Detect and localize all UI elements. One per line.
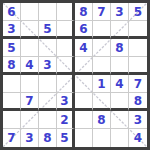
cell-r3c6-empty[interactable] [93,39,111,57]
cell-r8c2-given[interactable]: 3 [21,129,39,147]
cell-r3c2-empty[interactable] [21,39,39,57]
cell-r2c2-empty[interactable] [21,21,39,39]
cell-r7c4-given[interactable]: 2 [57,111,75,129]
cell-r6c6-empty[interactable] [93,93,111,111]
cell-r1c2-empty[interactable] [21,3,39,21]
cell-r3c5-given[interactable]: 4 [75,39,93,57]
cell-r3c4-empty[interactable] [57,39,75,57]
cell-r8c1-given[interactable]: 7 [3,129,21,147]
cell-r1c5-given[interactable]: 8 [75,3,93,21]
cell-r5c7-given[interactable]: 4 [111,75,129,93]
cell-r6c3-empty[interactable] [39,93,57,111]
cell-r5c4-empty[interactable] [57,75,75,93]
cell-r8c7-empty[interactable] [111,129,129,147]
cell-r5c8-given[interactable]: 7 [129,75,147,93]
cell-r4c6-empty[interactable] [93,57,111,75]
cell-r1c4-empty[interactable] [57,3,75,21]
cell-r5c3-empty[interactable] [39,75,57,93]
cell-r7c2-empty[interactable] [21,111,39,129]
cell-r6c4-given[interactable]: 3 [57,93,75,111]
cell-r1c1-given[interactable]: 6 [3,3,21,21]
cell-r2c7-empty[interactable] [111,21,129,39]
cell-r4c1-given[interactable]: 8 [3,57,21,75]
cell-r6c1-empty[interactable] [3,93,21,111]
cell-r4c4-empty[interactable] [57,57,75,75]
cell-r5c5-empty[interactable] [75,75,93,93]
cell-r2c4-empty[interactable] [57,21,75,39]
cell-r7c3-empty[interactable] [39,111,57,129]
cell-r8c4-given[interactable]: 5 [57,129,75,147]
cell-r3c1-given[interactable]: 5 [3,39,21,57]
cell-r7c8-given[interactable]: 3 [129,111,147,129]
cell-r6c8-given[interactable]: 8 [129,93,147,111]
cell-r6c7-empty[interactable] [111,93,129,111]
cell-r4c2-given[interactable]: 4 [21,57,39,75]
cell-r7c6-given[interactable]: 8 [93,111,111,129]
cell-r2c8-empty[interactable] [129,21,147,39]
cell-r7c1-empty[interactable] [3,111,21,129]
cell-r5c2-empty[interactable] [21,75,39,93]
sudoku-board: 6873535654884314773828373854 [0,0,150,150]
cell-r6c2-given[interactable]: 7 [21,93,39,111]
cell-r1c7-given[interactable]: 3 [111,3,129,21]
cell-r3c3-empty[interactable] [39,39,57,57]
cell-r3c7-given[interactable]: 8 [111,39,129,57]
cell-r8c6-empty[interactable] [93,129,111,147]
cell-r4c3-given[interactable]: 3 [39,57,57,75]
cell-r8c3-given[interactable]: 8 [39,129,57,147]
cell-r4c8-empty[interactable] [129,57,147,75]
cell-r5c1-empty[interactable] [3,75,21,93]
cell-r3c8-empty[interactable] [129,39,147,57]
cell-r8c8-given[interactable]: 4 [129,129,147,147]
cell-r2c3-given[interactable]: 5 [39,21,57,39]
cell-r5c6-given[interactable]: 1 [93,75,111,93]
cell-r1c8-given[interactable]: 5 [129,3,147,21]
cell-r7c7-empty[interactable] [111,111,129,129]
cell-r7c5-empty[interactable] [75,111,93,129]
cell-r1c6-given[interactable]: 7 [93,3,111,21]
cell-r2c5-given[interactable]: 6 [75,21,93,39]
sudoku-grid: 6873535654884314773828373854 [3,3,147,147]
cell-r2c1-given[interactable]: 3 [3,21,21,39]
cell-r4c5-empty[interactable] [75,57,93,75]
cell-r1c3-empty[interactable] [39,3,57,21]
cell-r6c5-empty[interactable] [75,93,93,111]
cell-r2c6-empty[interactable] [93,21,111,39]
cell-r8c5-empty[interactable] [75,129,93,147]
cell-r4c7-empty[interactable] [111,57,129,75]
